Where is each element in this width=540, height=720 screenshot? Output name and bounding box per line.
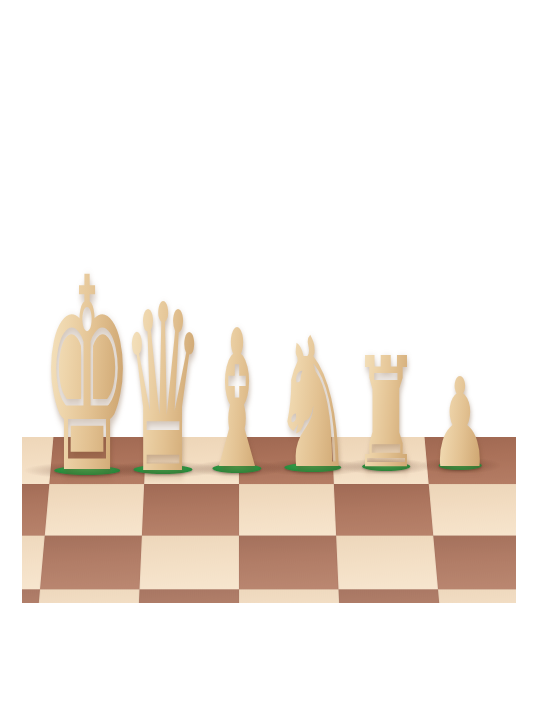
chess-set-product-photo: ♚♛♝♞♜♟ [0, 0, 540, 720]
board-square [433, 536, 516, 590]
board-square [239, 589, 341, 603]
board-square [239, 437, 334, 484]
board-square [49, 437, 146, 484]
board-square [239, 536, 339, 590]
pieces-layer: ♚♛♝♞♜♟ [0, 0, 540, 720]
chessboard [22, 437, 516, 603]
board-square [334, 484, 433, 535]
board-grid [22, 437, 516, 603]
board-square [339, 589, 443, 603]
board-square [137, 589, 239, 603]
board-square [35, 589, 139, 603]
board-square [142, 484, 239, 535]
board-square [239, 484, 336, 535]
board-square [438, 589, 516, 603]
board-square [45, 484, 144, 535]
board-square [40, 536, 142, 590]
board-square [424, 437, 516, 484]
board-square [336, 536, 438, 590]
board-square [429, 484, 516, 535]
board-square [332, 437, 429, 484]
board-square [139, 536, 239, 590]
board-square [22, 589, 40, 603]
board-square [144, 437, 239, 484]
